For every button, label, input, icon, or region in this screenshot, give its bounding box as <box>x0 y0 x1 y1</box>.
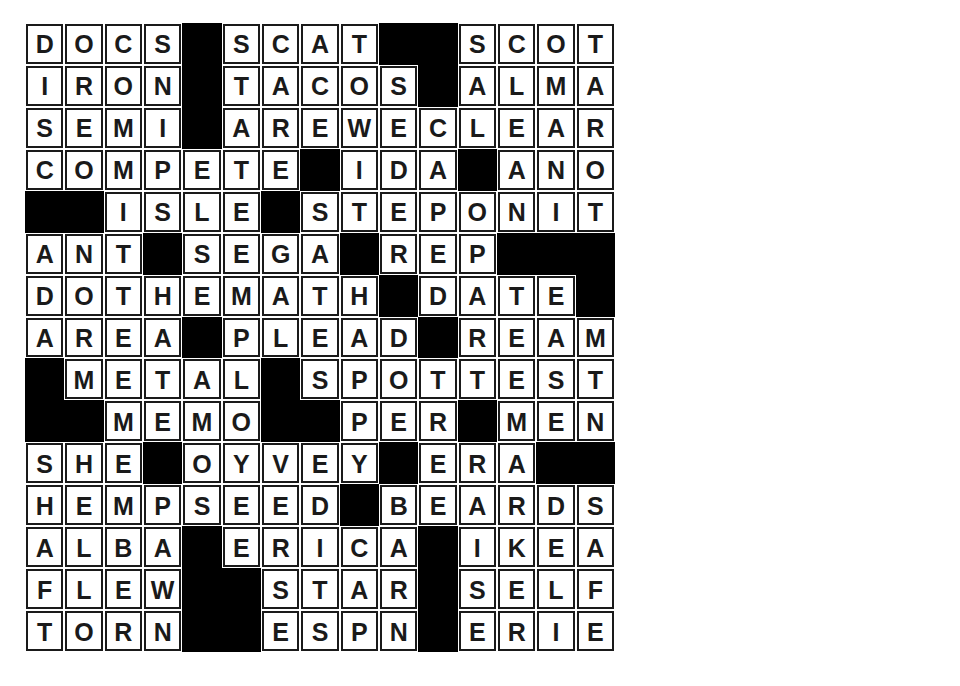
cell-letter: T <box>588 368 603 393</box>
letter-cell-r2c15[interactable]: A <box>576 65 615 107</box>
letter-cell-r15c7[interactable]: E <box>261 610 300 652</box>
cell-box: E <box>419 443 456 483</box>
cell-letter: A <box>468 74 486 99</box>
letter-cell-r5c14[interactable]: I <box>536 191 575 233</box>
letter-cell-r9c6[interactable]: L <box>222 358 261 400</box>
letter-cell-r4c9[interactable]: I <box>340 149 379 191</box>
letter-cell-r9c8[interactable]: S <box>300 358 339 400</box>
cell-letter: P <box>154 158 171 183</box>
cell-box: S <box>144 192 181 232</box>
letter-cell-r2c1[interactable]: I <box>25 65 64 107</box>
cell-box: L <box>498 66 535 106</box>
cell-box: R <box>380 234 417 274</box>
letter-cell-r13c6[interactable]: E <box>222 526 261 568</box>
letter-cell-r2c9[interactable]: O <box>340 65 379 107</box>
block-cell-r12c9 <box>340 484 379 526</box>
letter-cell-r7c13[interactable]: T <box>497 275 536 317</box>
cell-letter: E <box>115 368 132 393</box>
cell-box: I <box>341 150 378 190</box>
letter-cell-r5c8[interactable]: S <box>300 191 339 233</box>
letter-cell-r6c2[interactable]: N <box>64 233 103 275</box>
cell-letter: A <box>36 326 54 351</box>
letter-cell-r11c12[interactable]: R <box>458 442 497 484</box>
letter-cell-r12c7[interactable]: E <box>261 484 300 526</box>
letter-cell-r8c14[interactable]: A <box>536 317 575 359</box>
letter-cell-r10c3[interactable]: M <box>104 400 143 442</box>
letter-cell-r2c2[interactable]: R <box>64 65 103 107</box>
letter-cell-r1c2[interactable]: O <box>64 23 103 65</box>
cell-box: H <box>144 276 181 316</box>
letter-cell-r9c12[interactable]: T <box>458 358 497 400</box>
cell-box: T <box>419 359 456 399</box>
letter-cell-r14c3[interactable]: E <box>104 568 143 610</box>
letter-cell-r9c11[interactable]: T <box>418 358 457 400</box>
letter-cell-r2c14[interactable]: M <box>536 65 575 107</box>
letter-cell-r9c10[interactable]: O <box>379 358 418 400</box>
cell-letter: E <box>508 116 525 141</box>
letter-cell-r5c13[interactable]: N <box>497 191 536 233</box>
cell-letter: E <box>115 452 132 477</box>
letter-cell-r4c14[interactable]: N <box>536 149 575 191</box>
letter-cell-r7c9[interactable]: H <box>340 275 379 317</box>
letter-cell-r7c12[interactable]: A <box>458 275 497 317</box>
letter-cell-r12c1[interactable]: H <box>25 484 64 526</box>
letter-cell-r7c11[interactable]: D <box>418 275 457 317</box>
letter-cell-r2c8[interactable]: C <box>300 65 339 107</box>
block-cell-r10c12 <box>458 400 497 442</box>
letter-cell-r10c9[interactable]: P <box>340 400 379 442</box>
cell-letter: E <box>233 242 250 267</box>
letter-cell-r11c1[interactable]: S <box>25 442 64 484</box>
cell-box: M <box>105 485 142 525</box>
letter-cell-r3c3[interactable]: M <box>104 107 143 149</box>
cell-letter: D <box>429 284 447 309</box>
letter-cell-r6c5[interactable]: S <box>182 233 221 275</box>
letter-cell-r12c10[interactable]: B <box>379 484 418 526</box>
letter-cell-r7c7[interactable]: A <box>261 275 300 317</box>
cell-box: T <box>459 359 496 399</box>
letter-cell-r1c4[interactable]: S <box>143 23 182 65</box>
letter-cell-r14c9[interactable]: A <box>340 568 379 610</box>
cell-letter: N <box>586 410 604 435</box>
letter-cell-r13c3[interactable]: B <box>104 526 143 568</box>
letter-cell-r1c13[interactable]: C <box>497 23 536 65</box>
cell-letter: O <box>546 32 565 57</box>
cell-box: E <box>105 318 142 358</box>
cell-box: O <box>459 192 496 232</box>
letter-cell-r9c2[interactable]: M <box>64 358 103 400</box>
cell-box: S <box>301 611 338 651</box>
cell-letter: Y <box>351 452 368 477</box>
cell-box: C <box>301 66 338 106</box>
letter-cell-r15c10[interactable]: N <box>379 610 418 652</box>
cell-letter: S <box>587 494 604 519</box>
letter-cell-r6c6[interactable]: E <box>222 233 261 275</box>
letter-cell-r14c10[interactable]: R <box>379 568 418 610</box>
letter-cell-r13c8[interactable]: I <box>300 526 339 568</box>
letter-cell-r13c14[interactable]: E <box>536 526 575 568</box>
letter-cell-r15c8[interactable]: S <box>300 610 339 652</box>
letter-cell-r13c4[interactable]: A <box>143 526 182 568</box>
cell-box: A <box>183 359 220 399</box>
letter-cell-r2c3[interactable]: O <box>104 65 143 107</box>
letter-cell-r3c2[interactable]: E <box>64 107 103 149</box>
cell-letter: W <box>151 578 175 603</box>
letter-cell-r4c2[interactable]: O <box>64 149 103 191</box>
letter-cell-r7c14[interactable]: E <box>536 275 575 317</box>
letter-cell-r11c3[interactable]: E <box>104 442 143 484</box>
cell-box: G <box>262 234 299 274</box>
letter-cell-r12c2[interactable]: E <box>64 484 103 526</box>
letter-cell-r5c4[interactable]: S <box>143 191 182 233</box>
letter-cell-r13c13[interactable]: K <box>497 526 536 568</box>
cell-letter: B <box>390 494 408 519</box>
cell-letter: S <box>312 200 329 225</box>
cell-box: M <box>498 401 535 441</box>
cell-letter: O <box>74 620 93 645</box>
letter-cell-r3c13[interactable]: E <box>497 107 536 149</box>
letter-cell-r3c14[interactable]: A <box>536 107 575 149</box>
letter-cell-r11c13[interactable]: A <box>497 442 536 484</box>
cell-letter: E <box>312 326 329 351</box>
letter-cell-r10c14[interactable]: E <box>536 400 575 442</box>
letter-cell-r8c1[interactable]: A <box>25 317 64 359</box>
cell-box: S <box>183 234 220 274</box>
letter-cell-r13c12[interactable]: I <box>458 526 497 568</box>
cell-letter: E <box>548 536 565 561</box>
letter-cell-r1c7[interactable]: C <box>261 23 300 65</box>
letter-cell-r12c8[interactable]: D <box>300 484 339 526</box>
block-cell-r7c15 <box>576 275 615 317</box>
letter-cell-r3c15[interactable]: R <box>576 107 615 149</box>
letter-cell-r11c6[interactable]: Y <box>222 442 261 484</box>
letter-cell-r8c9[interactable]: A <box>340 317 379 359</box>
letter-cell-r4c7[interactable]: E <box>261 149 300 191</box>
letter-cell-r10c4[interactable]: E <box>143 400 182 442</box>
letter-cell-r10c13[interactable]: M <box>497 400 536 442</box>
cell-letter: I <box>159 116 166 141</box>
letter-cell-r12c5[interactable]: S <box>182 484 221 526</box>
letter-cell-r10c6[interactable]: O <box>222 400 261 442</box>
letter-cell-r14c8[interactable]: T <box>300 568 339 610</box>
letter-cell-r2c12[interactable]: A <box>458 65 497 107</box>
cell-box: A <box>144 318 181 358</box>
letter-cell-r9c14[interactable]: S <box>536 358 575 400</box>
cell-box: A <box>341 569 378 609</box>
letter-cell-r3c9[interactable]: W <box>340 107 379 149</box>
block-cell-r6c14 <box>536 233 575 275</box>
cell-letter: A <box>468 284 486 309</box>
letter-cell-r14c4[interactable]: W <box>143 568 182 610</box>
letter-cell-r6c1[interactable]: A <box>25 233 64 275</box>
letter-cell-r12c12[interactable]: A <box>458 484 497 526</box>
cell-letter: E <box>76 494 93 519</box>
cell-box: A <box>223 108 260 148</box>
crossword-grid: DOCSSCATSCOTIRONTACOSALMASEMIAREWECLEARC… <box>25 23 615 652</box>
letter-cell-r5c15[interactable]: T <box>576 191 615 233</box>
cell-box: P <box>459 234 496 274</box>
cell-letter: R <box>508 494 526 519</box>
cell-letter: I <box>553 200 560 225</box>
letter-cell-r11c11[interactable]: E <box>418 442 457 484</box>
letter-cell-r3c10[interactable]: E <box>379 107 418 149</box>
letter-cell-r13c15[interactable]: A <box>576 526 615 568</box>
letter-cell-r9c4[interactable]: T <box>143 358 182 400</box>
letter-cell-r7c3[interactable]: T <box>104 275 143 317</box>
cell-box: P <box>341 401 378 441</box>
letter-cell-r8c2[interactable]: R <box>64 317 103 359</box>
letter-cell-r3c7[interactable]: R <box>261 107 300 149</box>
letter-cell-r5c3[interactable]: I <box>104 191 143 233</box>
cell-box: T <box>144 359 181 399</box>
letter-cell-r7c4[interactable]: H <box>143 275 182 317</box>
cell-letter: T <box>234 158 249 183</box>
letter-cell-r8c12[interactable]: R <box>458 317 497 359</box>
cell-letter: P <box>233 326 250 351</box>
letter-cell-r1c12[interactable]: S <box>458 23 497 65</box>
letter-cell-r12c3[interactable]: M <box>104 484 143 526</box>
letter-cell-r4c3[interactable]: M <box>104 149 143 191</box>
letter-cell-r8c15[interactable]: M <box>576 317 615 359</box>
cell-box: R <box>65 318 102 358</box>
letter-cell-r14c14[interactable]: L <box>536 568 575 610</box>
letter-cell-r15c13[interactable]: R <box>497 610 536 652</box>
cell-letter: E <box>508 326 525 351</box>
cell-box: T <box>577 24 614 64</box>
cell-letter: O <box>389 368 408 393</box>
letter-cell-r3c4[interactable]: I <box>143 107 182 149</box>
letter-cell-r4c13[interactable]: A <box>497 149 536 191</box>
letter-cell-r6c10[interactable]: R <box>379 233 418 275</box>
letter-cell-r7c2[interactable]: O <box>64 275 103 317</box>
letter-cell-r14c1[interactable]: F <box>25 568 64 610</box>
letter-cell-r12c13[interactable]: R <box>497 484 536 526</box>
letter-cell-r11c5[interactable]: O <box>182 442 221 484</box>
cell-box: N <box>65 234 102 274</box>
cell-box: P <box>144 150 181 190</box>
cell-box: P <box>223 318 260 358</box>
cell-letter: D <box>390 158 408 183</box>
cell-box: E <box>301 108 338 148</box>
cell-letter: O <box>114 74 133 99</box>
cell-letter: A <box>350 578 368 603</box>
letter-cell-r8c6[interactable]: P <box>222 317 261 359</box>
letter-cell-r1c9[interactable]: T <box>340 23 379 65</box>
letter-cell-r4c5[interactable]: E <box>182 149 221 191</box>
letter-cell-r9c15[interactable]: T <box>576 358 615 400</box>
cell-box: M <box>65 359 102 399</box>
block-cell-r11c10 <box>379 442 418 484</box>
letter-cell-r5c12[interactable]: O <box>458 191 497 233</box>
letter-cell-r6c12[interactable]: P <box>458 233 497 275</box>
letter-cell-r7c6[interactable]: M <box>222 275 261 317</box>
cell-letter: M <box>585 326 606 351</box>
letter-cell-r13c10[interactable]: A <box>379 526 418 568</box>
letter-cell-r8c4[interactable]: A <box>143 317 182 359</box>
cell-letter: R <box>75 74 93 99</box>
cell-box: C <box>419 108 456 148</box>
letter-cell-r12c15[interactable]: S <box>576 484 615 526</box>
cell-box: O <box>65 24 102 64</box>
cell-box: A <box>26 234 63 274</box>
letter-cell-r15c9[interactable]: P <box>340 610 379 652</box>
letter-cell-r4c11[interactable]: A <box>418 149 457 191</box>
letter-cell-r1c3[interactable]: C <box>104 23 143 65</box>
cell-box: E <box>262 150 299 190</box>
cell-box: E <box>183 150 220 190</box>
letter-cell-r12c4[interactable]: P <box>143 484 182 526</box>
letter-cell-r8c7[interactable]: L <box>261 317 300 359</box>
letter-cell-r9c13[interactable]: E <box>497 358 536 400</box>
cell-box: E <box>105 569 142 609</box>
letter-cell-r13c9[interactable]: C <box>340 526 379 568</box>
cell-letter: W <box>348 116 372 141</box>
letter-cell-r9c5[interactable]: A <box>182 358 221 400</box>
cell-box: F <box>26 569 63 609</box>
letter-cell-r6c8[interactable]: A <box>300 233 339 275</box>
cell-box: S <box>144 24 181 64</box>
cell-letter: S <box>233 32 250 57</box>
cell-box: E <box>537 401 574 441</box>
cell-box: S <box>459 24 496 64</box>
letter-cell-r15c15[interactable]: E <box>576 610 615 652</box>
letter-cell-r3c8[interactable]: E <box>300 107 339 149</box>
letter-cell-r12c11[interactable]: E <box>418 484 457 526</box>
letter-cell-r6c11[interactable]: E <box>418 233 457 275</box>
letter-cell-r1c1[interactable]: D <box>25 23 64 65</box>
letter-cell-r2c13[interactable]: L <box>497 65 536 107</box>
cell-letter: O <box>74 284 93 309</box>
letter-cell-r7c1[interactable]: D <box>25 275 64 317</box>
letter-cell-r3c6[interactable]: A <box>222 107 261 149</box>
letter-cell-r4c1[interactable]: C <box>25 149 64 191</box>
cell-letter: M <box>113 410 134 435</box>
letter-cell-r7c8[interactable]: T <box>300 275 339 317</box>
letter-cell-r10c15[interactable]: N <box>576 400 615 442</box>
letter-cell-r10c10[interactable]: E <box>379 400 418 442</box>
letter-cell-r15c12[interactable]: E <box>458 610 497 652</box>
letter-cell-r4c6[interactable]: T <box>222 149 261 191</box>
letter-cell-r5c9[interactable]: T <box>340 191 379 233</box>
cell-box: R <box>262 527 299 567</box>
letter-cell-r4c15[interactable]: O <box>576 149 615 191</box>
cell-box: L <box>262 318 299 358</box>
letter-cell-r13c2[interactable]: L <box>64 526 103 568</box>
cell-letter: E <box>548 410 565 435</box>
letter-cell-r1c15[interactable]: T <box>576 23 615 65</box>
letter-cell-r1c6[interactable]: S <box>222 23 261 65</box>
letter-cell-r9c3[interactable]: E <box>104 358 143 400</box>
cell-box: A <box>537 318 574 358</box>
cell-letter: R <box>429 410 447 435</box>
letter-cell-r14c2[interactable]: L <box>64 568 103 610</box>
letter-cell-r12c6[interactable]: E <box>222 484 261 526</box>
cell-letter: R <box>114 620 132 645</box>
cell-box: S <box>577 485 614 525</box>
letter-cell-r13c1[interactable]: A <box>25 526 64 568</box>
letter-cell-r10c5[interactable]: M <box>182 400 221 442</box>
cell-box: P <box>419 192 456 232</box>
letter-cell-r8c13[interactable]: E <box>497 317 536 359</box>
cell-letter: E <box>430 242 447 267</box>
block-cell-r2c5 <box>182 65 221 107</box>
letter-cell-r15c1[interactable]: T <box>25 610 64 652</box>
letter-cell-r13c7[interactable]: R <box>261 526 300 568</box>
cell-box: R <box>577 108 614 148</box>
letter-cell-r15c4[interactable]: N <box>143 610 182 652</box>
cell-box: E <box>459 611 496 651</box>
letter-cell-r8c10[interactable]: D <box>379 317 418 359</box>
cell-letter: E <box>548 284 565 309</box>
letter-cell-r2c10[interactable]: S <box>379 65 418 107</box>
cell-box: E <box>65 485 102 525</box>
cell-box: E <box>65 108 102 148</box>
letter-cell-r7c5[interactable]: E <box>182 275 221 317</box>
cell-letter: D <box>390 326 408 351</box>
cell-letter: S <box>469 32 486 57</box>
cell-box: E <box>577 611 614 651</box>
cell-letter: I <box>41 74 48 99</box>
cell-box: T <box>223 150 260 190</box>
cell-box: O <box>341 66 378 106</box>
letter-cell-r6c7[interactable]: G <box>261 233 300 275</box>
cell-letter: E <box>233 494 250 519</box>
cell-box: N <box>144 611 181 651</box>
letter-cell-r10c11[interactable]: R <box>418 400 457 442</box>
letter-cell-r14c7[interactable]: S <box>261 568 300 610</box>
cell-letter: F <box>588 578 603 603</box>
letter-cell-r11c8[interactable]: E <box>300 442 339 484</box>
letter-cell-r5c10[interactable]: E <box>379 191 418 233</box>
letter-cell-r3c11[interactable]: C <box>418 107 457 149</box>
letter-cell-r1c14[interactable]: O <box>536 23 575 65</box>
letter-cell-r4c10[interactable]: D <box>379 149 418 191</box>
cell-letter: R <box>75 326 93 351</box>
letter-cell-r15c3[interactable]: R <box>104 610 143 652</box>
letter-cell-r3c12[interactable]: L <box>458 107 497 149</box>
letter-cell-r6c3[interactable]: T <box>104 233 143 275</box>
letter-cell-r15c2[interactable]: O <box>64 610 103 652</box>
letter-cell-r5c11[interactable]: P <box>418 191 457 233</box>
letter-cell-r4c4[interactable]: P <box>143 149 182 191</box>
letter-cell-r5c6[interactable]: E <box>222 191 261 233</box>
letter-cell-r8c8[interactable]: E <box>300 317 339 359</box>
letter-cell-r1c8[interactable]: A <box>300 23 339 65</box>
letter-cell-r3c1[interactable]: S <box>25 107 64 149</box>
letter-cell-r2c6[interactable]: T <box>222 65 261 107</box>
letter-cell-r2c4[interactable]: N <box>143 65 182 107</box>
block-cell-r6c13 <box>497 233 536 275</box>
letter-cell-r8c3[interactable]: E <box>104 317 143 359</box>
cell-letter: A <box>390 536 408 561</box>
letter-cell-r11c2[interactable]: H <box>64 442 103 484</box>
letter-cell-r15c14[interactable]: I <box>536 610 575 652</box>
letter-cell-r9c9[interactable]: P <box>340 358 379 400</box>
letter-cell-r5c5[interactable]: L <box>182 191 221 233</box>
cell-box: A <box>341 318 378 358</box>
letter-cell-r12c14[interactable]: D <box>536 484 575 526</box>
letter-cell-r2c7[interactable]: A <box>261 65 300 107</box>
letter-cell-r14c13[interactable]: E <box>497 568 536 610</box>
block-cell-r8c11 <box>418 317 457 359</box>
letter-cell-r14c15[interactable]: F <box>576 568 615 610</box>
cell-box: I <box>459 527 496 567</box>
cell-box: C <box>341 527 378 567</box>
letter-cell-r11c9[interactable]: Y <box>340 442 379 484</box>
letter-cell-r14c12[interactable]: S <box>458 568 497 610</box>
letter-cell-r11c7[interactable]: V <box>261 442 300 484</box>
cell-letter: S <box>469 578 486 603</box>
